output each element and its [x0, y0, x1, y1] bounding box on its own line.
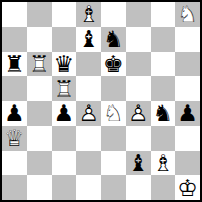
square-f6[interactable] — [126, 52, 151, 77]
square-h3[interactable] — [175, 126, 200, 151]
square-d6[interactable] — [76, 52, 101, 77]
square-b2[interactable] — [27, 151, 52, 176]
square-a8[interactable] — [2, 2, 27, 27]
square-h7[interactable] — [175, 27, 200, 52]
square-f7[interactable] — [126, 27, 151, 52]
square-b1[interactable] — [27, 175, 52, 200]
square-a1[interactable] — [2, 175, 27, 200]
square-g5[interactable] — [151, 76, 176, 101]
square-d1[interactable] — [76, 175, 101, 200]
square-b5[interactable] — [27, 76, 52, 101]
square-g4[interactable]: ♞ — [151, 101, 176, 126]
chess-board: ♝♗♞♘♝♞♜♜♖♛♚♜♖♟♟♟♙♞♘♟♙♞♟♛♕♝♝♗♚♔ — [0, 0, 202, 202]
square-g7[interactable] — [151, 27, 176, 52]
square-h2[interactable] — [175, 151, 200, 176]
square-h4[interactable]: ♟ — [175, 101, 200, 126]
square-b8[interactable] — [27, 2, 52, 27]
square-e5[interactable] — [101, 76, 126, 101]
black-king: ♚ — [103, 52, 124, 76]
square-g6[interactable] — [151, 52, 176, 77]
black-rook: ♜ — [4, 52, 25, 76]
white-pawn: ♟♙ — [78, 101, 99, 125]
white-king: ♚♔ — [177, 176, 198, 200]
square-c1[interactable] — [52, 175, 77, 200]
square-c2[interactable] — [52, 151, 77, 176]
square-e6[interactable]: ♚ — [101, 52, 126, 77]
square-f3[interactable] — [126, 126, 151, 151]
square-d5[interactable] — [76, 76, 101, 101]
white-rook: ♜♖ — [54, 77, 75, 101]
square-e8[interactable] — [101, 2, 126, 27]
square-d3[interactable] — [76, 126, 101, 151]
square-a5[interactable] — [2, 76, 27, 101]
square-h8[interactable]: ♞♘ — [175, 2, 200, 27]
square-h6[interactable] — [175, 52, 200, 77]
white-queen: ♛♕ — [4, 126, 25, 150]
white-rook: ♜♖ — [29, 52, 50, 76]
square-d4[interactable]: ♟♙ — [76, 101, 101, 126]
white-pawn: ♟♙ — [128, 101, 149, 125]
square-e3[interactable] — [101, 126, 126, 151]
square-f2[interactable]: ♝ — [126, 151, 151, 176]
square-b3[interactable] — [27, 126, 52, 151]
square-d2[interactable] — [76, 151, 101, 176]
white-knight: ♞♘ — [103, 101, 124, 125]
black-bishop: ♝ — [128, 151, 149, 175]
black-knight: ♞ — [103, 27, 124, 51]
white-bishop: ♝♗ — [78, 2, 99, 26]
square-a2[interactable] — [2, 151, 27, 176]
square-g2[interactable]: ♝♗ — [151, 151, 176, 176]
black-bishop: ♝ — [78, 27, 99, 51]
black-queen: ♛ — [54, 52, 75, 76]
square-f8[interactable] — [126, 2, 151, 27]
square-h1[interactable]: ♚♔ — [175, 175, 200, 200]
square-b7[interactable] — [27, 27, 52, 52]
square-f5[interactable] — [126, 76, 151, 101]
square-f1[interactable] — [126, 175, 151, 200]
square-h5[interactable] — [175, 76, 200, 101]
square-d8[interactable]: ♝♗ — [76, 2, 101, 27]
square-e2[interactable] — [101, 151, 126, 176]
square-a4[interactable]: ♟ — [2, 101, 27, 126]
white-knight: ♞♘ — [177, 2, 198, 26]
square-c6[interactable]: ♛ — [52, 52, 77, 77]
square-d7[interactable]: ♝ — [76, 27, 101, 52]
square-e7[interactable]: ♞ — [101, 27, 126, 52]
square-c4[interactable]: ♟ — [52, 101, 77, 126]
square-a3[interactable]: ♛♕ — [2, 126, 27, 151]
square-f4[interactable]: ♟♙ — [126, 101, 151, 126]
square-c5[interactable]: ♜♖ — [52, 76, 77, 101]
square-g3[interactable] — [151, 126, 176, 151]
square-c3[interactable] — [52, 126, 77, 151]
black-pawn: ♟ — [54, 101, 75, 125]
white-bishop: ♝♗ — [153, 151, 174, 175]
square-b6[interactable]: ♜♖ — [27, 52, 52, 77]
square-c8[interactable] — [52, 2, 77, 27]
square-b4[interactable] — [27, 101, 52, 126]
square-e1[interactable] — [101, 175, 126, 200]
square-g8[interactable] — [151, 2, 176, 27]
black-pawn: ♟ — [177, 101, 198, 125]
square-e4[interactable]: ♞♘ — [101, 101, 126, 126]
square-a6[interactable]: ♜ — [2, 52, 27, 77]
black-pawn: ♟ — [4, 101, 25, 125]
square-a7[interactable] — [2, 27, 27, 52]
square-c7[interactable] — [52, 27, 77, 52]
black-knight: ♞ — [153, 101, 174, 125]
square-g1[interactable] — [151, 175, 176, 200]
